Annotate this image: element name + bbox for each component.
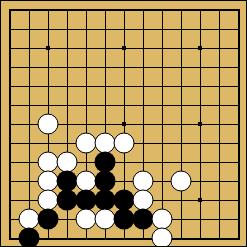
star-point [122,46,126,50]
grid-line-vertical [181,10,182,239]
stone-black[interactable] [95,190,116,211]
stone-white[interactable] [133,171,154,192]
stone-white[interactable] [19,209,40,230]
screenshot-frame [0,0,247,247]
stone-black[interactable] [76,190,97,211]
stone-black[interactable] [95,152,116,173]
stone-white[interactable] [76,209,97,230]
stone-white[interactable] [114,133,135,154]
stone-white[interactable] [76,133,97,154]
stone-black[interactable] [114,209,135,230]
stone-black[interactable] [38,209,59,230]
stone-white[interactable] [57,152,78,173]
stone-black[interactable] [19,228,40,247]
grid-line-vertical [219,10,220,239]
stone-white[interactable] [38,171,59,192]
star-point [46,46,50,50]
stone-white[interactable] [38,190,59,211]
star-point [198,122,202,126]
stone-white[interactable] [76,171,97,192]
go-board[interactable] [1,1,246,246]
stone-white[interactable] [152,209,173,230]
stone-white[interactable] [133,190,154,211]
stone-black[interactable] [133,209,154,230]
star-point [198,46,202,50]
star-point [122,122,126,126]
stone-white[interactable] [152,228,173,247]
stone-black[interactable] [95,171,116,192]
stone-black[interactable] [114,190,135,211]
stone-black[interactable] [57,190,78,211]
stone-white[interactable] [95,133,116,154]
stone-black[interactable] [57,171,78,192]
star-point [198,198,202,202]
stone-white[interactable] [38,152,59,173]
stone-white[interactable] [171,171,192,192]
grid-line-vertical [162,10,163,239]
stone-white[interactable] [38,114,59,135]
stone-white[interactable] [95,209,116,230]
